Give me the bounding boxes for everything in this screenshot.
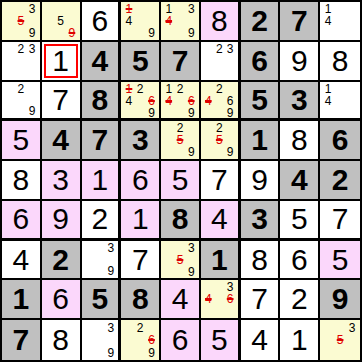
empty-mark-slot (346, 346, 358, 359)
pencil-marks: 12469 (121, 82, 159, 119)
empty-mark-slot (94, 334, 105, 347)
empty-mark-slot (203, 43, 214, 55)
candidate-2: 2 (135, 321, 146, 334)
empty-mark-slot (334, 83, 346, 95)
empty-mark-slot (15, 55, 26, 67)
cell-r8c8[interactable]: 2 (280, 280, 320, 320)
cell-r7c6[interactable]: 1 (201, 241, 241, 281)
empty-mark-slot (135, 3, 146, 15)
empty-mark-slot (123, 334, 134, 347)
solved-digit: 6 (172, 325, 189, 355)
solved-digit: 8 (251, 245, 268, 275)
empty-mark-slot (174, 107, 185, 119)
empty-mark-slot (214, 146, 225, 158)
cell-r5c2[interactable]: 3 (42, 161, 82, 201)
cell-r1c5[interactable]: 1349 (161, 2, 201, 42)
given-digit: 7 (13, 325, 30, 355)
empty-mark-slot (203, 55, 214, 67)
empty-mark-slot (4, 15, 15, 27)
empty-mark-slot (123, 107, 134, 119)
pencil-marks: 35 (320, 320, 360, 360)
cell-r3c7[interactable]: 5 (241, 82, 281, 122)
given-digit: 6 (251, 46, 268, 76)
empty-mark-slot (322, 107, 334, 118)
empty-mark-slot (84, 242, 95, 254)
eliminated-candidate-6: 6 (146, 95, 157, 107)
pencil-marks: 359 (2, 2, 40, 40)
pencil-marks: 23 (201, 42, 238, 80)
given-digit: 7 (172, 46, 189, 76)
pencil-marks: 23 (2, 42, 40, 80)
cell-r2c9[interactable]: 8 (320, 42, 360, 82)
solved-digit: 1 (92, 165, 109, 195)
candidate-9: 9 (105, 346, 116, 359)
empty-mark-slot (27, 83, 38, 95)
cell-r3c8[interactable]: 3 (280, 82, 320, 122)
empty-mark-slot (15, 27, 26, 39)
given-digit: 5 (92, 284, 109, 314)
candidate-6: 6 (225, 95, 236, 107)
empty-mark-slot (214, 67, 225, 79)
empty-mark-slot (174, 15, 185, 27)
empty-mark-slot (84, 254, 95, 266)
empty-mark-slot (186, 83, 197, 95)
candidate-3: 3 (105, 321, 116, 334)
empty-mark-slot (135, 15, 146, 27)
candidate-9: 9 (186, 266, 197, 278)
solved-digit: 4 (251, 325, 268, 355)
eliminated-candidate-4: 4 (163, 95, 174, 107)
empty-mark-slot (225, 83, 236, 95)
cell-r5c3[interactable]: 1 (82, 161, 122, 201)
cell-r5c5[interactable]: 5 (161, 161, 201, 201)
pencil-marks: 12469 (161, 82, 199, 119)
cell-r7c9[interactable]: 5 (320, 241, 360, 281)
solved-digit: 6 (92, 6, 109, 36)
empty-mark-slot (84, 265, 95, 277)
empty-mark-slot (15, 105, 26, 117)
candidate-2: 2 (135, 83, 146, 95)
empty-mark-slot (163, 266, 174, 278)
cell-r6c7[interactable]: 3 (241, 201, 281, 241)
pencil-marks: 59 (42, 2, 80, 40)
empty-mark-slot (203, 107, 214, 119)
given-digit: 2 (251, 6, 268, 36)
cell-r4c4[interactable]: 3 (121, 121, 161, 161)
pencil-marks: 14 (320, 82, 360, 119)
empty-mark-slot (44, 15, 55, 27)
pencil-marks: 346 (201, 280, 238, 318)
candidate-9: 9 (146, 107, 157, 119)
pencil-marks: 149 (121, 2, 159, 40)
empty-mark-slot (334, 107, 346, 118)
cell-r4c7[interactable]: 1 (241, 121, 281, 161)
given-digit: 4 (291, 165, 308, 195)
cell-r4c9[interactable]: 6 (320, 121, 360, 161)
cell-r3c4[interactable]: 12469 (121, 82, 161, 122)
empty-mark-slot (214, 107, 225, 119)
cell-r2c8[interactable]: 9 (280, 42, 320, 82)
given-digit: 4 (52, 125, 69, 155)
cell-r9c9[interactable]: 35 (320, 320, 360, 360)
cell-r6c2[interactable]: 9 (42, 201, 82, 241)
solved-digit: 5 (332, 245, 349, 275)
candidate-4: 4 (322, 95, 334, 107)
empty-mark-slot (4, 55, 15, 67)
cell-r4c2[interactable]: 4 (42, 121, 82, 161)
cell-r8c7[interactable]: 7 (241, 280, 281, 320)
empty-mark-slot (203, 122, 214, 134)
empty-mark-slot (214, 55, 225, 67)
cell-r4c5[interactable]: 259 (161, 121, 201, 161)
pencil-marks: 29 (2, 82, 40, 119)
given-digit: 1 (251, 125, 268, 155)
empty-mark-slot (334, 15, 346, 27)
empty-mark-slot (322, 334, 334, 347)
cell-r4c3[interactable]: 7 (82, 121, 122, 161)
solved-digit: 8 (332, 46, 349, 76)
empty-mark-slot (27, 67, 38, 79)
candidate-9: 9 (105, 265, 116, 277)
empty-mark-slot (66, 3, 77, 15)
candidate-9: 9 (146, 346, 157, 359)
cell-r1c2[interactable]: 59 (42, 2, 82, 42)
solved-digit: 9 (291, 46, 308, 76)
empty-mark-slot (174, 242, 185, 254)
given-digit: 6 (332, 125, 349, 155)
cell-r3c2[interactable]: 7 (42, 82, 82, 122)
empty-mark-slot (163, 134, 174, 146)
cell-r1c6[interactable]: 8 (201, 2, 241, 42)
eliminated-candidate-6: 6 (146, 334, 157, 347)
pencil-marks: 39 (82, 320, 119, 360)
empty-mark-slot (4, 3, 15, 15)
empty-mark-slot (225, 55, 236, 67)
cell-r6c6[interactable]: 4 (201, 201, 241, 241)
empty-mark-slot (163, 122, 174, 134)
empty-mark-slot (163, 242, 174, 254)
cell-r9c6[interactable]: 5 (201, 320, 241, 360)
cell-r5c7[interactable]: 9 (241, 161, 281, 201)
cell-r7c3[interactable]: 39 (82, 241, 122, 281)
cell-r8c5[interactable]: 4 (161, 280, 201, 320)
empty-mark-slot (105, 334, 116, 347)
pencil-marks: 359 (161, 241, 199, 279)
eliminated-candidate-6: 6 (186, 95, 197, 107)
empty-mark-slot (186, 122, 197, 134)
cell-r6c3[interactable]: 2 (82, 201, 122, 241)
given-digit: 3 (291, 85, 308, 115)
candidate-9: 9 (225, 107, 236, 119)
cell-r1c8[interactable]: 7 (280, 2, 320, 42)
cell-r3c9[interactable]: 14 (320, 82, 360, 122)
cell-r8c1[interactable]: 1 (2, 280, 42, 320)
candidate-3: 3 (186, 3, 197, 15)
cell-r5c1[interactable]: 8 (2, 161, 42, 201)
given-digit: 7 (291, 6, 308, 36)
empty-mark-slot (4, 83, 15, 95)
candidate-3: 3 (27, 43, 38, 55)
cell-r7c4[interactable]: 7 (121, 241, 161, 281)
candidate-2: 2 (174, 83, 185, 95)
given-digit: 1 (13, 284, 30, 314)
solved-digit: 1 (132, 204, 149, 234)
empty-mark-slot (214, 95, 225, 107)
empty-mark-slot (135, 27, 146, 39)
solved-digit: 8 (52, 325, 69, 355)
empty-mark-slot (27, 55, 38, 67)
given-digit: 4 (92, 46, 109, 76)
empty-mark-slot (174, 3, 185, 15)
eliminated-candidate-5: 5 (214, 134, 225, 146)
empty-mark-slot (225, 305, 236, 317)
cell-r8c6[interactable]: 346 (201, 280, 241, 320)
candidate-3: 3 (225, 43, 236, 55)
solved-digit: 5 (211, 325, 228, 355)
empty-mark-slot (163, 146, 174, 158)
empty-mark-slot (94, 242, 105, 254)
solved-digit: 7 (332, 204, 349, 234)
eliminated-candidate-5: 5 (334, 334, 346, 347)
cell-r7c7[interactable]: 8 (241, 241, 281, 281)
eliminated-candidate-9: 9 (66, 27, 77, 39)
empty-mark-slot (135, 107, 146, 119)
empty-mark-slot (174, 95, 185, 107)
cell-r3c1[interactable]: 29 (2, 82, 42, 122)
solved-digit: 2 (92, 204, 109, 234)
cell-r7c1[interactable]: 4 (2, 241, 42, 281)
empty-mark-slot (334, 27, 346, 39)
solved-digit: 8 (211, 6, 228, 36)
candidate-1: 1 (163, 83, 174, 95)
pencil-marks: 269 (121, 320, 159, 360)
cell-r6c9[interactable]: 7 (320, 201, 360, 241)
empty-mark-slot (174, 146, 185, 158)
cell-r2c3[interactable]: 4 (82, 42, 122, 82)
given-digit: 7 (92, 125, 109, 155)
cell-r7c8[interactable]: 6 (280, 241, 320, 281)
solved-digit: 5 (13, 125, 30, 155)
given-digit: 1 (211, 245, 228, 275)
empty-mark-slot (322, 346, 334, 359)
given-digit: 8 (92, 85, 109, 115)
cell-r8c9[interactable]: 9 (320, 280, 360, 320)
eliminated-candidate-4: 4 (203, 95, 214, 107)
solved-digit: 1 (291, 325, 308, 355)
cell-r9c2[interactable]: 8 (42, 320, 82, 360)
cell-r5c4[interactable]: 6 (121, 161, 161, 201)
empty-mark-slot (15, 67, 26, 79)
empty-mark-slot (84, 321, 95, 334)
empty-mark-slot (346, 27, 358, 39)
empty-mark-slot (4, 95, 15, 106)
sudoku-board: 3595961491349827142314572369829781246912… (0, 0, 362, 362)
empty-mark-slot (334, 321, 346, 334)
eliminated-candidate-4: 4 (163, 15, 174, 27)
empty-mark-slot (163, 107, 174, 119)
solved-digit: 1 (52, 46, 69, 76)
candidate-9: 9 (146, 27, 157, 39)
cell-r4c6[interactable]: 259 (201, 121, 241, 161)
given-digit: 2 (332, 165, 349, 195)
solved-digit: 7 (251, 284, 268, 314)
pencil-marks: 259 (201, 121, 238, 159)
solved-digit: 7 (132, 245, 149, 275)
given-digit: 5 (251, 85, 268, 115)
cell-r1c9[interactable]: 14 (320, 2, 360, 42)
cell-r3c3[interactable]: 8 (82, 82, 122, 122)
solved-digit: 5 (172, 165, 189, 195)
candidate-5: 5 (55, 15, 66, 27)
empty-mark-slot (94, 346, 105, 359)
cell-r9c3[interactable]: 39 (82, 320, 122, 360)
solved-digit: 6 (132, 165, 149, 195)
cell-r8c2[interactable]: 6 (42, 280, 82, 320)
cell-r2c1[interactable]: 23 (2, 42, 42, 82)
given-digit: 8 (132, 284, 149, 314)
pencil-marks: 1349 (161, 2, 199, 40)
given-digit: 3 (251, 204, 268, 234)
cell-r9c4[interactable]: 269 (121, 320, 161, 360)
empty-mark-slot (55, 27, 66, 39)
empty-mark-slot (66, 15, 77, 27)
empty-mark-slot (163, 27, 174, 39)
candidate-3: 3 (186, 242, 197, 254)
cell-r5c9[interactable]: 2 (320, 161, 360, 201)
eliminated-candidate-5: 5 (174, 134, 185, 146)
cell-r1c7[interactable]: 2 (241, 2, 281, 42)
cell-r1c1[interactable]: 359 (2, 2, 42, 42)
empty-mark-slot (94, 254, 105, 266)
solved-digit: 8 (291, 125, 308, 155)
empty-mark-slot (44, 27, 55, 39)
cell-r5c8[interactable]: 4 (280, 161, 320, 201)
empty-mark-slot (322, 27, 334, 39)
empty-mark-slot (174, 27, 185, 39)
candidate-3: 3 (105, 242, 116, 254)
solved-digit: 5 (291, 204, 308, 234)
given-digit: 5 (132, 46, 149, 76)
empty-mark-slot (84, 346, 95, 359)
cell-r6c1[interactable]: 6 (2, 201, 42, 241)
cell-r9c7[interactable]: 4 (241, 320, 281, 360)
cell-r8c4[interactable]: 8 (121, 280, 161, 320)
empty-mark-slot (322, 321, 334, 334)
empty-mark-slot (203, 146, 214, 158)
candidate-2: 2 (15, 83, 26, 95)
empty-mark-slot (174, 266, 185, 278)
solved-digit: 4 (13, 245, 30, 275)
empty-mark-slot (15, 95, 26, 106)
cell-r2c7[interactable]: 6 (241, 42, 281, 82)
solved-digit: 4 (211, 204, 228, 234)
cell-r2c4[interactable]: 5 (121, 42, 161, 82)
cell-r6c5[interactable]: 8 (161, 201, 201, 241)
solved-digit: 7 (211, 165, 228, 195)
empty-mark-slot (4, 105, 15, 117)
empty-mark-slot (55, 3, 66, 15)
eliminated-candidate-4: 4 (203, 293, 214, 305)
candidate-9: 9 (186, 107, 197, 119)
empty-mark-slot (94, 265, 105, 277)
cell-r2c2[interactable]: 1 (42, 42, 82, 82)
empty-mark-slot (135, 346, 146, 359)
cell-r9c1[interactable]: 7 (2, 320, 42, 360)
cell-r9c5[interactable]: 6 (161, 320, 201, 360)
empty-mark-slot (123, 27, 134, 39)
cell-r1c4[interactable]: 149 (121, 2, 161, 42)
cell-r3c5[interactable]: 12469 (161, 82, 201, 122)
cell-r5c6[interactable]: 7 (201, 161, 241, 201)
solved-digit: 2 (291, 284, 308, 314)
empty-mark-slot (4, 43, 15, 55)
candidate-9: 9 (186, 146, 197, 158)
cell-r2c5[interactable]: 7 (161, 42, 201, 82)
given-digit: 2 (52, 245, 69, 275)
empty-mark-slot (334, 346, 346, 359)
cell-r7c5[interactable]: 359 (161, 241, 201, 281)
candidate-2: 2 (214, 43, 225, 55)
empty-mark-slot (146, 321, 157, 334)
empty-mark-slot (4, 27, 15, 39)
pencil-marks: 2469 (201, 82, 238, 119)
cell-r6c8[interactable]: 5 (280, 201, 320, 241)
given-digit: 9 (332, 284, 349, 314)
cell-r1c3[interactable]: 6 (82, 2, 122, 42)
empty-mark-slot (123, 321, 134, 334)
cell-r9c8[interactable]: 1 (280, 320, 320, 360)
cell-r8c3[interactable]: 5 (82, 280, 122, 320)
solved-digit: 3 (52, 165, 69, 195)
candidate-9: 9 (27, 105, 38, 117)
empty-mark-slot (146, 3, 157, 15)
empty-mark-slot (346, 3, 358, 15)
empty-mark-slot (203, 67, 214, 79)
empty-mark-slot (163, 254, 174, 266)
cell-r4c8[interactable]: 8 (280, 121, 320, 161)
solved-digit: 8 (13, 165, 30, 195)
eliminated-candidate-5: 5 (15, 15, 26, 27)
cell-r2c6[interactable]: 23 (201, 42, 241, 82)
empty-mark-slot (214, 281, 225, 293)
empty-mark-slot (214, 293, 225, 305)
empty-mark-slot (334, 3, 346, 15)
candidate-9: 9 (27, 27, 38, 39)
solved-digit: 9 (251, 165, 268, 195)
candidate-1: 1 (322, 83, 334, 95)
candidate-9: 9 (225, 146, 236, 158)
given-digit: 3 (132, 125, 149, 155)
empty-mark-slot (123, 346, 134, 359)
solved-digit: 9 (52, 204, 69, 234)
cell-r3c6[interactable]: 2469 (201, 82, 241, 122)
candidate-3: 3 (27, 3, 38, 15)
candidate-4: 4 (123, 95, 134, 107)
cell-r6c4[interactable]: 1 (121, 201, 161, 241)
empty-mark-slot (44, 3, 55, 15)
solved-digit: 6 (291, 245, 308, 275)
empty-mark-slot (346, 334, 358, 347)
candidate-2: 2 (214, 83, 225, 95)
given-digit: 8 (172, 204, 189, 234)
empty-mark-slot (186, 254, 197, 266)
empty-mark-slot (225, 122, 236, 134)
candidate-3: 3 (346, 321, 358, 334)
empty-mark-slot (346, 83, 358, 95)
cell-r4c1[interactable]: 5 (2, 121, 42, 161)
pencil-marks: 39 (82, 241, 119, 279)
cell-r7c2[interactable]: 2 (42, 241, 82, 281)
